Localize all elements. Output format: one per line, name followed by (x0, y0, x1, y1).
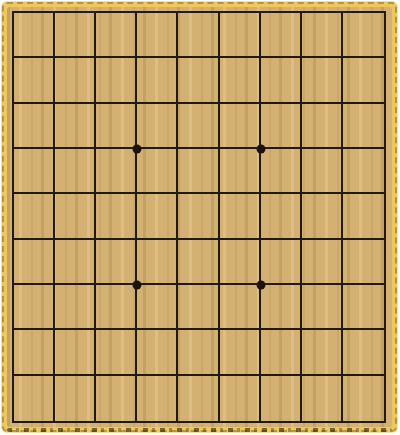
board-cell[interactable] (178, 285, 219, 330)
board-cell[interactable] (302, 376, 343, 421)
board-cell[interactable] (261, 149, 302, 194)
board-cell[interactable] (261, 240, 302, 285)
board-cell[interactable] (302, 104, 343, 149)
board-cell[interactable] (55, 376, 96, 421)
board-cell[interactable] (96, 194, 137, 239)
board-cell[interactable] (96, 240, 137, 285)
board-cell[interactable] (178, 376, 219, 421)
board-cell[interactable] (96, 104, 137, 149)
board-cell[interactable] (137, 330, 178, 375)
board-cell[interactable] (178, 194, 219, 239)
board-cell[interactable] (220, 240, 261, 285)
board-cell[interactable] (137, 149, 178, 194)
board-cell[interactable] (343, 285, 384, 330)
board-cell[interactable] (96, 376, 137, 421)
board-cell[interactable] (343, 149, 384, 194)
board-cell[interactable] (178, 13, 219, 58)
shogi-board-illustration (0, 0, 400, 435)
board-cell[interactable] (343, 194, 384, 239)
board-cell[interactable] (96, 149, 137, 194)
board-cell[interactable] (96, 58, 137, 103)
board-cell[interactable] (55, 240, 96, 285)
board-cell[interactable] (55, 330, 96, 375)
board-cell[interactable] (55, 13, 96, 58)
board-cell[interactable] (137, 104, 178, 149)
board-cell[interactable] (302, 149, 343, 194)
board-cell[interactable] (343, 330, 384, 375)
board-cell[interactable] (96, 330, 137, 375)
board-cell[interactable] (55, 285, 96, 330)
board-cell[interactable] (178, 240, 219, 285)
board-cell[interactable] (96, 13, 137, 58)
board-cell[interactable] (14, 149, 55, 194)
board-cell[interactable] (302, 240, 343, 285)
board-cell[interactable] (14, 58, 55, 103)
board-cell[interactable] (14, 13, 55, 58)
board-cell[interactable] (14, 240, 55, 285)
board-cell[interactable] (178, 104, 219, 149)
board-cell[interactable] (14, 330, 55, 375)
board-cell[interactable] (96, 285, 137, 330)
board-cell[interactable] (55, 58, 96, 103)
board-cell[interactable] (178, 58, 219, 103)
board-cell[interactable] (343, 376, 384, 421)
board-cell[interactable] (261, 330, 302, 375)
board-cell[interactable] (261, 376, 302, 421)
board-cell[interactable] (343, 104, 384, 149)
board-surface (7, 7, 392, 427)
board-cell[interactable] (137, 13, 178, 58)
board-cell[interactable] (178, 149, 219, 194)
board-cell[interactable] (343, 240, 384, 285)
board-cell[interactable] (302, 330, 343, 375)
board-cell[interactable] (261, 285, 302, 330)
board-cell[interactable] (14, 285, 55, 330)
board-cell[interactable] (137, 240, 178, 285)
board-cell[interactable] (261, 104, 302, 149)
board-cell[interactable] (261, 58, 302, 103)
board-cell[interactable] (220, 194, 261, 239)
shogi-grid (12, 11, 386, 423)
board-cell[interactable] (178, 330, 219, 375)
board-cell[interactable] (137, 58, 178, 103)
board-cell[interactable] (261, 13, 302, 58)
board-cell[interactable] (261, 194, 302, 239)
board-cell[interactable] (55, 149, 96, 194)
board-cell[interactable] (220, 104, 261, 149)
board-cell[interactable] (302, 285, 343, 330)
board-cell[interactable] (55, 104, 96, 149)
board-cell[interactable] (137, 376, 178, 421)
board-cell[interactable] (220, 330, 261, 375)
board-cell[interactable] (343, 58, 384, 103)
board-cell[interactable] (137, 194, 178, 239)
board-cell[interactable] (14, 104, 55, 149)
board-cell[interactable] (14, 194, 55, 239)
board-cell[interactable] (14, 376, 55, 421)
board-cell[interactable] (343, 13, 384, 58)
board-cell[interactable] (137, 285, 178, 330)
board-cell[interactable] (220, 285, 261, 330)
board-edge (2, 2, 397, 432)
board-cell[interactable] (220, 376, 261, 421)
board-cell[interactable] (220, 13, 261, 58)
board-cell[interactable] (55, 194, 96, 239)
board-cell[interactable] (302, 13, 343, 58)
board-cell[interactable] (302, 58, 343, 103)
board-cell[interactable] (220, 58, 261, 103)
board-cell[interactable] (220, 149, 261, 194)
board-cell[interactable] (302, 194, 343, 239)
